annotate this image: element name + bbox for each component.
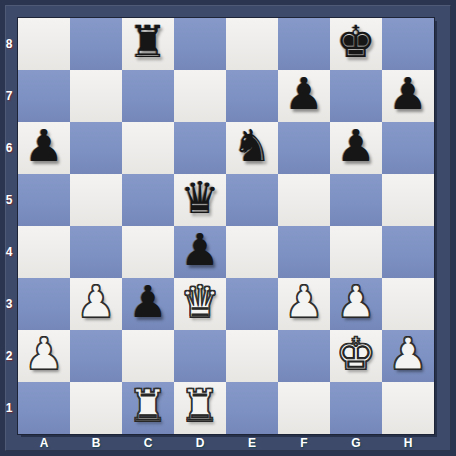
square-h8[interactable] (382, 18, 434, 70)
chess-board: ♜♚♟♟♟♞♟♛♟♟♟♛♟♟♟♚♟♜♜ 87654321 ABCDEFGH (0, 0, 456, 456)
file-label-c: C (122, 433, 174, 453)
chess-app: ♜♚♟♟♟♞♟♛♟♟♟♛♟♟♟♚♟♜♜ 87654321 ABCDEFGH (0, 0, 456, 456)
square-d4[interactable]: ♟ (174, 226, 226, 278)
file-label-h: H (382, 433, 434, 453)
file-label-b: B (70, 433, 122, 453)
rank-label-2: 2 (0, 330, 18, 382)
black-king: ♚ (336, 20, 375, 64)
white-pawn: ♟ (388, 332, 427, 376)
rank-label-8: 8 (0, 18, 18, 70)
square-d5[interactable]: ♛ (174, 174, 226, 226)
white-pawn: ♟ (76, 280, 115, 324)
square-g4[interactable] (330, 226, 382, 278)
file-label-e: E (226, 433, 278, 453)
rank-label-4: 4 (0, 226, 18, 278)
black-pawn: ♟ (180, 228, 219, 272)
square-c8[interactable]: ♜ (122, 18, 174, 70)
square-d6[interactable] (174, 122, 226, 174)
square-e1[interactable] (226, 382, 278, 434)
square-g1[interactable] (330, 382, 382, 434)
square-h7[interactable]: ♟ (382, 70, 434, 122)
black-pawn: ♟ (284, 72, 323, 116)
square-f7[interactable]: ♟ (278, 70, 330, 122)
square-d8[interactable] (174, 18, 226, 70)
white-pawn: ♟ (284, 280, 323, 324)
rank-label-7: 7 (0, 70, 18, 122)
square-e4[interactable] (226, 226, 278, 278)
black-queen: ♛ (180, 176, 219, 220)
square-c7[interactable] (122, 70, 174, 122)
square-a6[interactable]: ♟ (18, 122, 70, 174)
square-g7[interactable] (330, 70, 382, 122)
square-h4[interactable] (382, 226, 434, 278)
square-c6[interactable] (122, 122, 174, 174)
square-c2[interactable] (122, 330, 174, 382)
square-f4[interactable] (278, 226, 330, 278)
square-e6[interactable]: ♞ (226, 122, 278, 174)
white-rook: ♜ (180, 384, 219, 428)
square-e7[interactable] (226, 70, 278, 122)
square-d3[interactable]: ♛ (174, 278, 226, 330)
black-pawn: ♟ (24, 124, 63, 168)
board-grid: ♜♚♟♟♟♞♟♛♟♟♟♛♟♟♟♚♟♜♜ (18, 18, 434, 434)
square-a2[interactable]: ♟ (18, 330, 70, 382)
file-label-g: G (330, 433, 382, 453)
square-a7[interactable] (18, 70, 70, 122)
square-b2[interactable] (70, 330, 122, 382)
file-label-a: A (18, 433, 70, 453)
square-b5[interactable] (70, 174, 122, 226)
square-h6[interactable] (382, 122, 434, 174)
square-g5[interactable] (330, 174, 382, 226)
square-e5[interactable] (226, 174, 278, 226)
square-f5[interactable] (278, 174, 330, 226)
square-b1[interactable] (70, 382, 122, 434)
square-c1[interactable]: ♜ (122, 382, 174, 434)
square-c4[interactable] (122, 226, 174, 278)
square-h3[interactable] (382, 278, 434, 330)
square-g8[interactable]: ♚ (330, 18, 382, 70)
black-knight: ♞ (232, 124, 271, 168)
square-d1[interactable]: ♜ (174, 382, 226, 434)
square-e2[interactable] (226, 330, 278, 382)
black-pawn: ♟ (128, 280, 167, 324)
square-a1[interactable] (18, 382, 70, 434)
rank-label-6: 6 (0, 122, 18, 174)
square-e3[interactable] (226, 278, 278, 330)
black-pawn: ♟ (336, 124, 375, 168)
file-label-f: F (278, 433, 330, 453)
square-a8[interactable] (18, 18, 70, 70)
white-rook: ♜ (128, 384, 167, 428)
square-b7[interactable] (70, 70, 122, 122)
white-king: ♚ (336, 332, 375, 376)
square-d2[interactable] (174, 330, 226, 382)
square-b4[interactable] (70, 226, 122, 278)
square-c5[interactable] (122, 174, 174, 226)
white-queen: ♛ (180, 280, 219, 324)
rank-label-3: 3 (0, 278, 18, 330)
black-rook: ♜ (128, 20, 167, 64)
square-b3[interactable]: ♟ (70, 278, 122, 330)
white-pawn: ♟ (24, 332, 63, 376)
square-h2[interactable]: ♟ (382, 330, 434, 382)
square-a3[interactable] (18, 278, 70, 330)
file-label-d: D (174, 433, 226, 453)
square-c3[interactable]: ♟ (122, 278, 174, 330)
square-f8[interactable] (278, 18, 330, 70)
square-a5[interactable] (18, 174, 70, 226)
rank-label-5: 5 (0, 174, 18, 226)
black-pawn: ♟ (388, 72, 427, 116)
white-pawn: ♟ (336, 280, 375, 324)
square-f6[interactable] (278, 122, 330, 174)
square-h1[interactable] (382, 382, 434, 434)
square-a4[interactable] (18, 226, 70, 278)
square-b6[interactable] (70, 122, 122, 174)
square-e8[interactable] (226, 18, 278, 70)
square-h5[interactable] (382, 174, 434, 226)
square-g6[interactable]: ♟ (330, 122, 382, 174)
square-g2[interactable]: ♚ (330, 330, 382, 382)
square-d7[interactable] (174, 70, 226, 122)
square-g3[interactable]: ♟ (330, 278, 382, 330)
square-b8[interactable] (70, 18, 122, 70)
square-f1[interactable] (278, 382, 330, 434)
rank-label-1: 1 (0, 382, 18, 434)
square-f3[interactable]: ♟ (278, 278, 330, 330)
square-f2[interactable] (278, 330, 330, 382)
